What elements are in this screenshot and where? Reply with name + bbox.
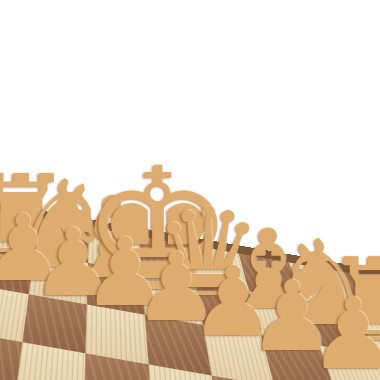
white-rook-a1: ♜ [324, 243, 380, 358]
white-knight-b1: ♞ [269, 224, 375, 342]
white-bishop-c1-shadow [244, 298, 288, 309]
white-pawn-b2: ♟ [309, 285, 380, 380]
white-bishop-c1: ♝ [219, 215, 318, 325]
white-pawn-b2-shadow [331, 359, 370, 369]
white-pawn-e2: ♟ [133, 240, 218, 335]
white-rook-h1: ♜ [0, 159, 73, 276]
white-pawn-d2: ♟ [190, 254, 276, 350]
white-pawn-e2-shadow [155, 312, 193, 322]
white-pawn-f2: ♟ [83, 226, 167, 320]
white-pawn-c2-shadow [271, 342, 310, 352]
white-pawn-g2-shadow [52, 287, 89, 296]
white-bishop-f1-shadow [88, 267, 133, 278]
white-queen-d1: ♛ [153, 192, 262, 314]
white-king-e1-shadow [122, 274, 190, 291]
white-pawn-h2: ♟ [0, 203, 64, 295]
white-knight-g1-shadow [35, 256, 84, 268]
white-rook-h1-shadow [0, 248, 42, 260]
white-knight-b1-shadow [296, 314, 343, 326]
white-queen-d1-shadow [182, 284, 231, 296]
white-pawn-d2-shadow [212, 327, 250, 337]
white-pawn-h2-shadow [3, 272, 40, 281]
white-pawn-g2: ♟ [31, 217, 114, 310]
white-pawn-c2: ♟ [249, 268, 336, 365]
chess-set-photo: ♜♞♝♚♛♝♞♜♟♟♟♟♟♟♟ [0, 0, 380, 380]
white-rook-a1-shadow [351, 330, 380, 342]
white-knight-g1: ♞ [6, 164, 115, 286]
white-pawn-f2-shadow [104, 297, 142, 306]
white-king-e1: ♚ [82, 145, 234, 315]
white-bishop-f1: ♝ [62, 182, 162, 294]
piece-layer: ♜♞♝♚♛♝♞♜♟♟♟♟♟♟♟ [0, 0, 380, 380]
